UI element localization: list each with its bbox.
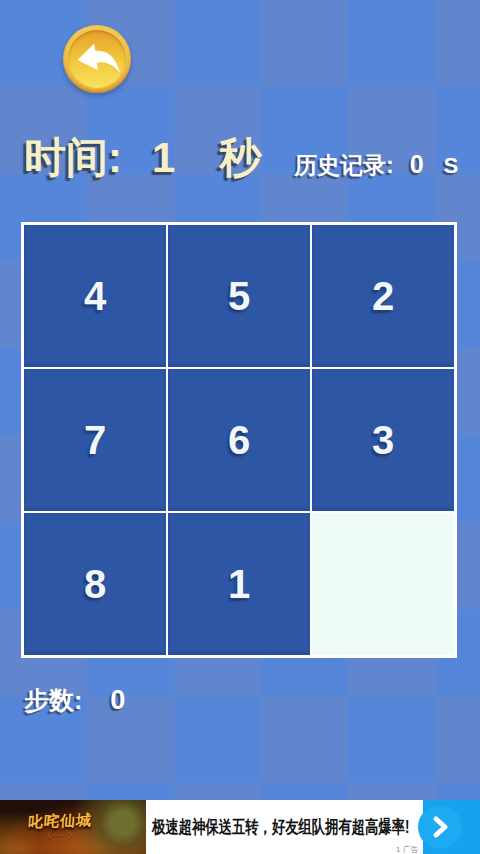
timer-display: 时间:1秒: [24, 130, 261, 186]
ad-game-subtitle: 《·····》: [4, 831, 116, 841]
history-unit: S: [444, 153, 459, 178]
back-button[interactable]: [63, 25, 131, 93]
steps-display: 步数:0: [24, 684, 125, 717]
time-label: 时间:: [24, 134, 122, 181]
game-screen: 时间:1秒 历史记录:0S 45276381 步数:0 叱咤仙城 《·····》…: [0, 0, 480, 854]
time-value: 1: [152, 134, 175, 181]
empty-cell: [312, 513, 454, 655]
history-label: 历史记录:: [294, 152, 394, 178]
steps-label: 步数:: [24, 686, 82, 714]
puzzle-tile-7[interactable]: 7: [24, 369, 166, 511]
ad-game-image[interactable]: 叱咤仙城 《·····》: [0, 800, 146, 854]
puzzle-tile-8[interactable]: 8: [24, 513, 166, 655]
ad-text: 极速超神保送五转，好友组队拥有超高爆率!: [152, 815, 410, 839]
time-unit: 秒: [219, 134, 261, 181]
steps-value: 0: [110, 685, 125, 715]
ad-cta-button[interactable]: [418, 805, 462, 849]
back-arrow-icon: [73, 38, 123, 82]
history-display: 历史记录:0S: [294, 150, 458, 181]
puzzle-tile-6[interactable]: 6: [168, 369, 310, 511]
puzzle-board: 45276381: [21, 222, 457, 658]
puzzle-tile-2[interactable]: 2: [312, 225, 454, 367]
chevron-right-icon: [426, 813, 454, 841]
ad-label: 1 广告: [396, 844, 419, 854]
puzzle-tile-5[interactable]: 5: [168, 225, 310, 367]
puzzle-tile-1[interactable]: 1: [168, 513, 310, 655]
ad-banner[interactable]: 叱咤仙城 《·····》 极速超神保送五转，好友组队拥有超高爆率! 1 广告: [0, 800, 480, 854]
puzzle-tile-4[interactable]: 4: [24, 225, 166, 367]
ad-game-title: 叱咤仙城: [3, 810, 117, 833]
puzzle-tile-3[interactable]: 3: [312, 369, 454, 511]
history-value: 0: [410, 150, 424, 178]
